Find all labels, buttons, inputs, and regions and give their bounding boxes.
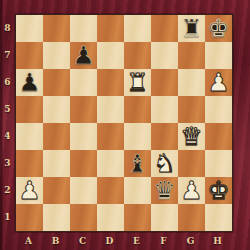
piece-black-king[interactable]: ♚ — [205, 15, 232, 42]
square-a8[interactable] — [16, 15, 43, 42]
square-a1[interactable] — [16, 204, 43, 231]
square-c6[interactable] — [70, 69, 97, 96]
square-h5[interactable] — [205, 96, 232, 123]
square-h7[interactable] — [205, 42, 232, 69]
piece-white-rook[interactable]: ♜ — [124, 69, 151, 96]
piece-white-king[interactable]: ♚ — [205, 177, 232, 204]
square-f1[interactable] — [151, 204, 178, 231]
rank-label-5: 5 — [0, 95, 15, 122]
chessboard-widget: ♜♚♟♟♜♟♛♝♞♟♛♟♚ 87654321 ABCDEFGH — [0, 0, 250, 250]
rank-label-1: 1 — [0, 203, 15, 230]
square-c8[interactable] — [70, 15, 97, 42]
square-d2[interactable] — [97, 177, 124, 204]
file-label-a: A — [15, 233, 42, 248]
rank-label-3: 3 — [0, 149, 15, 176]
square-b4[interactable] — [43, 123, 70, 150]
square-d1[interactable] — [97, 204, 124, 231]
piece-black-bishop[interactable]: ♝ — [124, 150, 151, 177]
square-d7[interactable] — [97, 42, 124, 69]
square-f6[interactable] — [151, 69, 178, 96]
square-g7[interactable] — [178, 42, 205, 69]
piece-black-pawn[interactable]: ♟ — [70, 42, 97, 69]
square-f8[interactable] — [151, 15, 178, 42]
square-c4[interactable] — [70, 123, 97, 150]
square-g8[interactable]: ♜ — [178, 15, 205, 42]
piece-black-queen[interactable]: ♛ — [151, 177, 178, 204]
square-a2[interactable]: ♟ — [16, 177, 43, 204]
square-a6[interactable]: ♟ — [16, 69, 43, 96]
square-f5[interactable] — [151, 96, 178, 123]
square-e5[interactable] — [124, 96, 151, 123]
square-b8[interactable] — [43, 15, 70, 42]
square-h4[interactable] — [205, 123, 232, 150]
square-a3[interactable] — [16, 150, 43, 177]
square-h2[interactable]: ♚ — [205, 177, 232, 204]
square-a4[interactable] — [16, 123, 43, 150]
piece-white-knight[interactable]: ♞ — [151, 150, 178, 177]
square-b5[interactable] — [43, 96, 70, 123]
piece-black-rook[interactable]: ♜ — [178, 15, 205, 42]
square-c1[interactable] — [70, 204, 97, 231]
square-a7[interactable] — [16, 42, 43, 69]
square-c2[interactable] — [70, 177, 97, 204]
file-label-g: G — [177, 233, 204, 248]
square-e1[interactable] — [124, 204, 151, 231]
square-b6[interactable] — [43, 69, 70, 96]
square-g5[interactable] — [178, 96, 205, 123]
piece-white-pawn[interactable]: ♟ — [178, 177, 205, 204]
square-b2[interactable] — [43, 177, 70, 204]
square-d8[interactable] — [97, 15, 124, 42]
file-label-f: F — [150, 233, 177, 248]
square-d5[interactable] — [97, 96, 124, 123]
file-label-h: H — [204, 233, 231, 248]
square-g3[interactable] — [178, 150, 205, 177]
square-g2[interactable]: ♟ — [178, 177, 205, 204]
square-e4[interactable] — [124, 123, 151, 150]
rank-label-7: 7 — [0, 41, 15, 68]
piece-white-queen[interactable]: ♛ — [178, 123, 205, 150]
square-e8[interactable] — [124, 15, 151, 42]
square-h3[interactable] — [205, 150, 232, 177]
square-g6[interactable] — [178, 69, 205, 96]
square-b1[interactable] — [43, 204, 70, 231]
chess-board: ♜♚♟♟♜♟♛♝♞♟♛♟♚ — [15, 14, 233, 232]
square-d3[interactable] — [97, 150, 124, 177]
file-label-d: D — [96, 233, 123, 248]
square-e2[interactable] — [124, 177, 151, 204]
rank-label-6: 6 — [0, 68, 15, 95]
square-e6[interactable]: ♜ — [124, 69, 151, 96]
square-f3[interactable]: ♞ — [151, 150, 178, 177]
square-e7[interactable] — [124, 42, 151, 69]
square-c3[interactable] — [70, 150, 97, 177]
file-label-e: E — [123, 233, 150, 248]
square-g1[interactable] — [178, 204, 205, 231]
square-f2[interactable]: ♛ — [151, 177, 178, 204]
piece-white-pawn[interactable]: ♟ — [205, 69, 232, 96]
square-b7[interactable] — [43, 42, 70, 69]
file-label-c: C — [69, 233, 96, 248]
square-h8[interactable]: ♚ — [205, 15, 232, 42]
square-f4[interactable] — [151, 123, 178, 150]
square-e3[interactable]: ♝ — [124, 150, 151, 177]
square-c5[interactable] — [70, 96, 97, 123]
file-label-b: B — [42, 233, 69, 248]
piece-black-pawn[interactable]: ♟ — [16, 69, 43, 96]
rank-label-4: 4 — [0, 122, 15, 149]
square-f7[interactable] — [151, 42, 178, 69]
square-a5[interactable] — [16, 96, 43, 123]
square-c7[interactable]: ♟ — [70, 42, 97, 69]
square-b3[interactable] — [43, 150, 70, 177]
piece-white-pawn[interactable]: ♟ — [16, 177, 43, 204]
square-h1[interactable] — [205, 204, 232, 231]
rank-label-2: 2 — [0, 176, 15, 203]
square-h6[interactable]: ♟ — [205, 69, 232, 96]
square-g4[interactable]: ♛ — [178, 123, 205, 150]
rank-label-8: 8 — [0, 14, 15, 41]
square-d4[interactable] — [97, 123, 124, 150]
square-d6[interactable] — [97, 69, 124, 96]
